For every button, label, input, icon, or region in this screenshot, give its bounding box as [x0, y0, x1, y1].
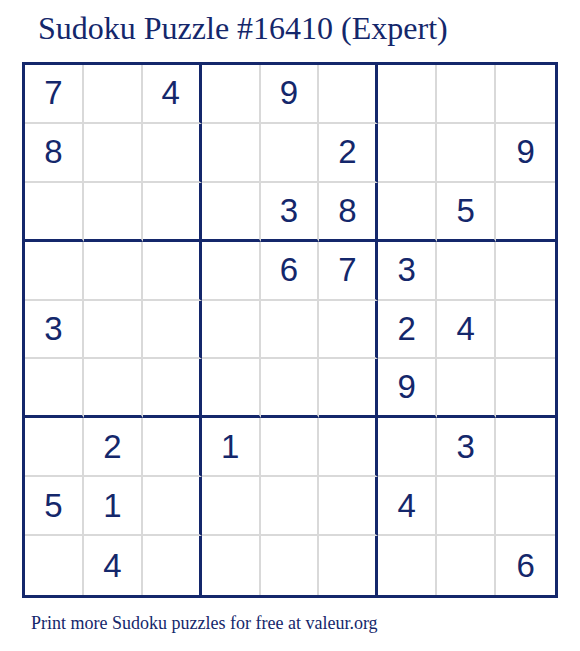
cell-r9c5[interactable]: [261, 536, 320, 595]
cell-r8c2[interactable]: 1: [84, 477, 143, 536]
cell-r7c9[interactable]: [496, 418, 555, 477]
cell-r9c6[interactable]: [319, 536, 378, 595]
cell-r2c5[interactable]: [261, 124, 320, 183]
cell-r7c4[interactable]: 1: [202, 418, 261, 477]
cell-r6c5[interactable]: [261, 359, 320, 418]
cell-r1c7[interactable]: [378, 65, 437, 124]
cell-r2c3[interactable]: [143, 124, 202, 183]
cell-r5c4[interactable]: [202, 301, 261, 360]
cell-r3c4[interactable]: [202, 183, 261, 242]
page-title: Sudoku Puzzle #16410 (Expert): [38, 12, 448, 44]
cell-r6c4[interactable]: [202, 359, 261, 418]
cell-r3c8[interactable]: 5: [437, 183, 496, 242]
page: Sudoku Puzzle #16410 (Expert) 7498293856…: [0, 0, 580, 651]
cell-r1c1[interactable]: 7: [25, 65, 84, 124]
cell-r4c7[interactable]: 3: [378, 242, 437, 301]
cell-r3c2[interactable]: [84, 183, 143, 242]
cell-r8c5[interactable]: [261, 477, 320, 536]
cell-r2c4[interactable]: [202, 124, 261, 183]
cell-r2c7[interactable]: [378, 124, 437, 183]
cell-r8c8[interactable]: [437, 477, 496, 536]
cell-r8c6[interactable]: [319, 477, 378, 536]
cell-r9c1[interactable]: [25, 536, 84, 595]
cell-r2c9[interactable]: 9: [496, 124, 555, 183]
cell-r4c3[interactable]: [143, 242, 202, 301]
cell-r8c7[interactable]: 4: [378, 477, 437, 536]
cell-r2c8[interactable]: [437, 124, 496, 183]
cell-r1c3[interactable]: 4: [143, 65, 202, 124]
cell-r7c7[interactable]: [378, 418, 437, 477]
cell-r9c3[interactable]: [143, 536, 202, 595]
cell-r2c2[interactable]: [84, 124, 143, 183]
cell-r3c7[interactable]: [378, 183, 437, 242]
cell-r1c6[interactable]: [319, 65, 378, 124]
cell-r4c5[interactable]: 6: [261, 242, 320, 301]
cell-r7c8[interactable]: 3: [437, 418, 496, 477]
cell-r2c1[interactable]: 8: [25, 124, 84, 183]
cell-r5c2[interactable]: [84, 301, 143, 360]
cell-r8c3[interactable]: [143, 477, 202, 536]
cell-r3c1[interactable]: [25, 183, 84, 242]
cell-r6c3[interactable]: [143, 359, 202, 418]
cell-r1c4[interactable]: [202, 65, 261, 124]
cell-r1c5[interactable]: 9: [261, 65, 320, 124]
cell-r9c7[interactable]: [378, 536, 437, 595]
footer-text: Print more Sudoku puzzles for free at va…: [31, 614, 378, 634]
cell-r5c3[interactable]: [143, 301, 202, 360]
cell-r5c6[interactable]: [319, 301, 378, 360]
cell-r7c6[interactable]: [319, 418, 378, 477]
cell-r3c9[interactable]: [496, 183, 555, 242]
cell-r1c9[interactable]: [496, 65, 555, 124]
cell-r5c1[interactable]: 3: [25, 301, 84, 360]
cell-r9c2[interactable]: 4: [84, 536, 143, 595]
cell-r3c5[interactable]: 3: [261, 183, 320, 242]
cell-r4c2[interactable]: [84, 242, 143, 301]
cell-r7c2[interactable]: 2: [84, 418, 143, 477]
cell-r5c7[interactable]: 2: [378, 301, 437, 360]
cell-r5c5[interactable]: [261, 301, 320, 360]
cell-r6c7[interactable]: 9: [378, 359, 437, 418]
cell-r7c1[interactable]: [25, 418, 84, 477]
cell-r7c3[interactable]: [143, 418, 202, 477]
cell-r8c9[interactable]: [496, 477, 555, 536]
cell-r4c6[interactable]: 7: [319, 242, 378, 301]
cell-r9c4[interactable]: [202, 536, 261, 595]
cell-r9c9[interactable]: 6: [496, 536, 555, 595]
cell-r6c2[interactable]: [84, 359, 143, 418]
cell-r9c8[interactable]: [437, 536, 496, 595]
cell-r6c6[interactable]: [319, 359, 378, 418]
cell-r3c3[interactable]: [143, 183, 202, 242]
cell-r1c2[interactable]: [84, 65, 143, 124]
sudoku-grid: 749829385673324921351446: [22, 62, 558, 598]
cell-r6c8[interactable]: [437, 359, 496, 418]
cell-r2c6[interactable]: 2: [319, 124, 378, 183]
cell-r1c8[interactable]: [437, 65, 496, 124]
cell-r4c8[interactable]: [437, 242, 496, 301]
cell-r8c4[interactable]: [202, 477, 261, 536]
cell-r4c9[interactable]: [496, 242, 555, 301]
cell-r3c6[interactable]: 8: [319, 183, 378, 242]
cell-r5c8[interactable]: 4: [437, 301, 496, 360]
cell-r6c1[interactable]: [25, 359, 84, 418]
cell-r8c1[interactable]: 5: [25, 477, 84, 536]
cell-r7c5[interactable]: [261, 418, 320, 477]
cell-r4c4[interactable]: [202, 242, 261, 301]
cell-r5c9[interactable]: [496, 301, 555, 360]
cell-r4c1[interactable]: [25, 242, 84, 301]
cell-r6c9[interactable]: [496, 359, 555, 418]
